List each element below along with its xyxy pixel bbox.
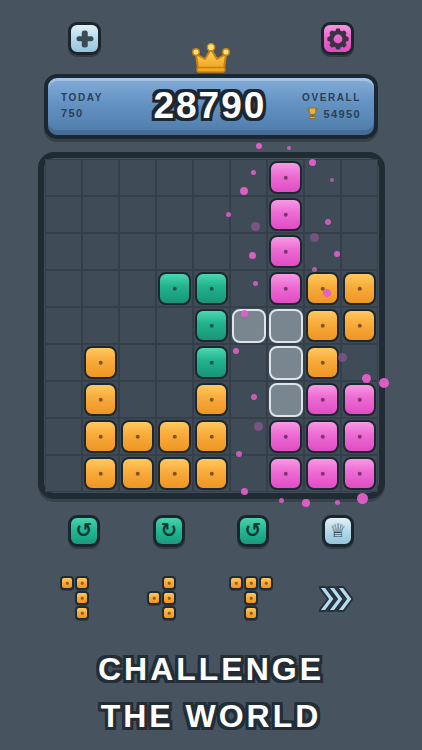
board-cell[interactable] (156, 381, 193, 418)
particle-dot (256, 143, 262, 149)
board-grid[interactable] (45, 159, 378, 492)
particle-dot (236, 451, 242, 457)
board-cell[interactable] (267, 344, 304, 381)
board-cell[interactable] (267, 455, 304, 492)
board-cell[interactable] (45, 344, 82, 381)
rotate-ccw-button-2[interactable]: ↺ (237, 515, 269, 547)
challenge-line1: CHALLENGE (0, 646, 422, 693)
tray-block-orange (75, 576, 89, 590)
board-cell[interactable] (230, 159, 267, 196)
board-cell[interactable] (156, 233, 193, 270)
block-pink (306, 383, 339, 416)
board-cell[interactable] (341, 381, 378, 418)
board-cell[interactable] (119, 233, 156, 270)
particle-dot (253, 281, 258, 286)
block-orange (158, 457, 191, 490)
board-cell[interactable] (341, 196, 378, 233)
board-cell[interactable] (304, 455, 341, 492)
game-screen: TODAY 750 28790 OVERALL 54950 (0, 0, 422, 750)
board-cell[interactable] (304, 196, 341, 233)
fast-forward-icon (319, 586, 355, 612)
particle-dot (323, 289, 331, 297)
board-cell[interactable] (267, 381, 304, 418)
particle-dot (330, 178, 334, 182)
block-pink (343, 457, 376, 490)
board-cell[interactable] (119, 159, 156, 196)
block-orange (343, 272, 376, 305)
block-teal (195, 272, 228, 305)
board-cell[interactable] (119, 344, 156, 381)
board-cell[interactable] (193, 344, 230, 381)
particle-dot (309, 159, 316, 166)
board-cell[interactable] (45, 418, 82, 455)
tray-block-orange (60, 576, 74, 590)
block-orange (195, 457, 228, 490)
block-pink (269, 272, 302, 305)
block-pink (269, 420, 302, 453)
tray-piece-1[interactable] (60, 576, 90, 621)
board-cell[interactable] (341, 344, 378, 381)
today-label: TODAY (61, 92, 103, 103)
block-pink (269, 198, 302, 231)
board-cell[interactable] (45, 159, 82, 196)
particle-dot (249, 252, 256, 259)
block-orange (84, 457, 117, 490)
particle-dot (325, 219, 331, 225)
tray-block-orange (75, 606, 89, 620)
particle-dot (357, 493, 368, 504)
board-cell[interactable] (45, 455, 82, 492)
board-cell[interactable] (230, 381, 267, 418)
particle-dot (233, 348, 239, 354)
board-cell[interactable] (82, 455, 119, 492)
board-cell[interactable] (341, 418, 378, 455)
particle-dot (379, 378, 389, 388)
board-cell[interactable] (267, 418, 304, 455)
board-cell[interactable] (230, 233, 267, 270)
today-value: 750 (61, 107, 103, 119)
board-cell[interactable] (341, 307, 378, 344)
board-cell[interactable] (82, 196, 119, 233)
block-pink (343, 420, 376, 453)
board-cell[interactable] (193, 455, 230, 492)
board-cell[interactable] (341, 233, 378, 270)
board-cell[interactable] (156, 307, 193, 344)
block-orange (121, 457, 154, 490)
board-cell[interactable] (230, 307, 267, 344)
block-orange (195, 420, 228, 453)
board-cell[interactable] (82, 159, 119, 196)
overall-value: 54950 (323, 108, 361, 120)
add-button[interactable] (68, 22, 101, 55)
particle-dot (362, 374, 371, 383)
tray-piece-3[interactable] (229, 576, 274, 621)
particle-dot (334, 251, 340, 257)
particle-dot (279, 498, 284, 503)
tray-block-orange (162, 591, 176, 605)
board-cell[interactable] (267, 196, 304, 233)
board-cell[interactable] (193, 159, 230, 196)
current-score: 28790 (153, 85, 266, 127)
block-orange (121, 420, 154, 453)
particle-dot (310, 233, 319, 242)
board-cell[interactable] (193, 196, 230, 233)
block-orange (158, 420, 191, 453)
challenge-line2: THE WORLD (0, 693, 422, 740)
board-cell[interactable] (156, 159, 193, 196)
block-ghost-preview (269, 383, 303, 417)
board-cell[interactable] (119, 196, 156, 233)
rotate-ccw-button[interactable]: ↺ (68, 515, 100, 547)
block-orange (84, 420, 117, 453)
block-orange (306, 309, 339, 342)
board-cell[interactable] (45, 307, 82, 344)
board-cell[interactable] (341, 159, 378, 196)
board-cell[interactable] (193, 270, 230, 307)
block-pink (269, 457, 302, 490)
tray-block-orange (162, 576, 176, 590)
board-cell[interactable] (82, 233, 119, 270)
crown-button-icon: ♕ (329, 521, 346, 540)
board-cell[interactable] (156, 418, 193, 455)
board-cell[interactable] (82, 381, 119, 418)
block-orange (306, 346, 339, 379)
board-cell[interactable] (193, 233, 230, 270)
board-cell[interactable] (45, 381, 82, 418)
board-cell[interactable] (45, 233, 82, 270)
board-cell[interactable] (156, 196, 193, 233)
tray-block-orange (75, 591, 89, 605)
board-cell[interactable] (119, 381, 156, 418)
board-cell[interactable] (193, 418, 230, 455)
block-ghost-preview (232, 309, 266, 343)
tray-block-orange (147, 591, 161, 605)
block-orange (84, 346, 117, 379)
board-cell[interactable] (156, 455, 193, 492)
board-cell[interactable] (82, 270, 119, 307)
board-cell[interactable] (304, 270, 341, 307)
rotate-ccw-icon-2: ↺ (245, 520, 262, 540)
board-cell[interactable] (304, 344, 341, 381)
particle-dot (251, 394, 257, 400)
board-cell[interactable] (341, 455, 378, 492)
board-cell[interactable] (341, 270, 378, 307)
overall-label: OVERALL (302, 92, 361, 103)
crown-icon (192, 43, 230, 78)
board-cell[interactable] (304, 418, 341, 455)
board-cell[interactable] (230, 455, 267, 492)
tray-block-orange (244, 591, 258, 605)
board-cell[interactable] (45, 270, 82, 307)
particle-dot (241, 488, 248, 495)
settings-button[interactable] (321, 22, 354, 55)
block-pink (269, 235, 302, 268)
rotate-ccw-icon: ↺ (76, 520, 93, 540)
board-cell[interactable] (304, 381, 341, 418)
tray-block-orange (244, 606, 258, 620)
crown-button[interactable]: ♕ (322, 515, 354, 547)
board-cell[interactable] (82, 307, 119, 344)
board-cell[interactable] (82, 344, 119, 381)
board-cell[interactable] (156, 270, 193, 307)
trophy-icon (306, 107, 319, 120)
challenge-text: CHALLENGE THE WORLD (0, 646, 422, 740)
particle-dot (287, 146, 291, 150)
particle-dot (226, 212, 231, 217)
particle-dot (241, 310, 248, 317)
board-cell[interactable] (267, 233, 304, 270)
particle-dot (302, 499, 310, 507)
board-cell[interactable] (304, 307, 341, 344)
board-cell[interactable] (193, 307, 230, 344)
block-ghost-preview (269, 309, 303, 343)
board-cell[interactable] (267, 307, 304, 344)
board-cell[interactable] (230, 270, 267, 307)
particle-dot (335, 500, 340, 505)
particle-dot (240, 187, 248, 195)
block-teal (195, 309, 228, 342)
board-cell[interactable] (119, 270, 156, 307)
tray-block-orange (259, 576, 273, 590)
particle-dot (312, 267, 317, 272)
block-orange (84, 383, 117, 416)
particle-dot (251, 222, 260, 231)
score-panel: TODAY 750 28790 OVERALL 54950 (44, 74, 378, 139)
board-cell[interactable] (119, 307, 156, 344)
fast-forward-button[interactable] (318, 585, 356, 613)
block-teal (195, 346, 228, 379)
tray-block-orange (244, 576, 258, 590)
tray-piece-2[interactable] (147, 576, 177, 621)
board-cell[interactable] (267, 159, 304, 196)
board-cell[interactable] (156, 344, 193, 381)
board-cell[interactable] (230, 196, 267, 233)
block-teal (158, 272, 191, 305)
particle-dot (254, 422, 263, 431)
rotate-cw-button[interactable]: ↻ (153, 515, 185, 547)
rotate-cw-icon: ↻ (161, 520, 178, 540)
block-pink (269, 161, 302, 194)
board-cell[interactable] (119, 455, 156, 492)
block-pink (343, 383, 376, 416)
board-cell[interactable] (119, 418, 156, 455)
block-orange (343, 309, 376, 342)
board-frame (38, 152, 385, 499)
block-ghost-preview (269, 346, 303, 380)
block-orange (306, 272, 339, 305)
block-orange (195, 383, 228, 416)
block-pink (306, 420, 339, 453)
particle-dot (338, 353, 347, 362)
board-cell[interactable] (193, 381, 230, 418)
tray-block-orange (229, 576, 243, 590)
board-cell[interactable] (82, 418, 119, 455)
block-pink (306, 457, 339, 490)
tray-block-orange (162, 606, 176, 620)
particle-dot (251, 170, 256, 175)
board-cell[interactable] (267, 270, 304, 307)
gear-icon (327, 28, 349, 50)
board-cell[interactable] (45, 196, 82, 233)
